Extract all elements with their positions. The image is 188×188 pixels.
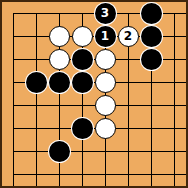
grid-line-horizontal-7 — [13, 151, 186, 152]
stone-white — [95, 95, 116, 116]
grid-line-vertical-8 — [174, 13, 175, 186]
stone-white — [95, 49, 116, 70]
stone-black-move-3: 3 — [95, 3, 116, 24]
move-number-label: 3 — [101, 7, 109, 19]
stone-black — [141, 49, 162, 70]
grid-line-vertical-1 — [13, 13, 14, 186]
stone-white — [95, 72, 116, 93]
stone-black — [141, 3, 162, 24]
stone-black — [72, 118, 93, 139]
stone-black — [141, 26, 162, 47]
stone-black — [49, 141, 70, 162]
go-board-grid: 312 — [2, 2, 186, 186]
stone-white-move-2: 2 — [118, 26, 139, 47]
stone-black — [49, 72, 70, 93]
stone-white — [95, 118, 116, 139]
stone-black — [26, 72, 47, 93]
move-number-label: 2 — [124, 30, 132, 42]
stone-white — [49, 26, 70, 47]
go-board: 312 — [0, 0, 188, 188]
stone-white — [49, 49, 70, 70]
stone-black — [72, 72, 93, 93]
grid-line-horizontal-8 — [13, 174, 186, 175]
move-number-label: 1 — [101, 30, 109, 42]
stone-black-move-1: 1 — [95, 26, 116, 47]
grid-line-vertical-2 — [36, 13, 37, 186]
go-diagram: 312 — [0, 0, 188, 188]
stone-black — [72, 49, 93, 70]
stone-white — [72, 26, 93, 47]
